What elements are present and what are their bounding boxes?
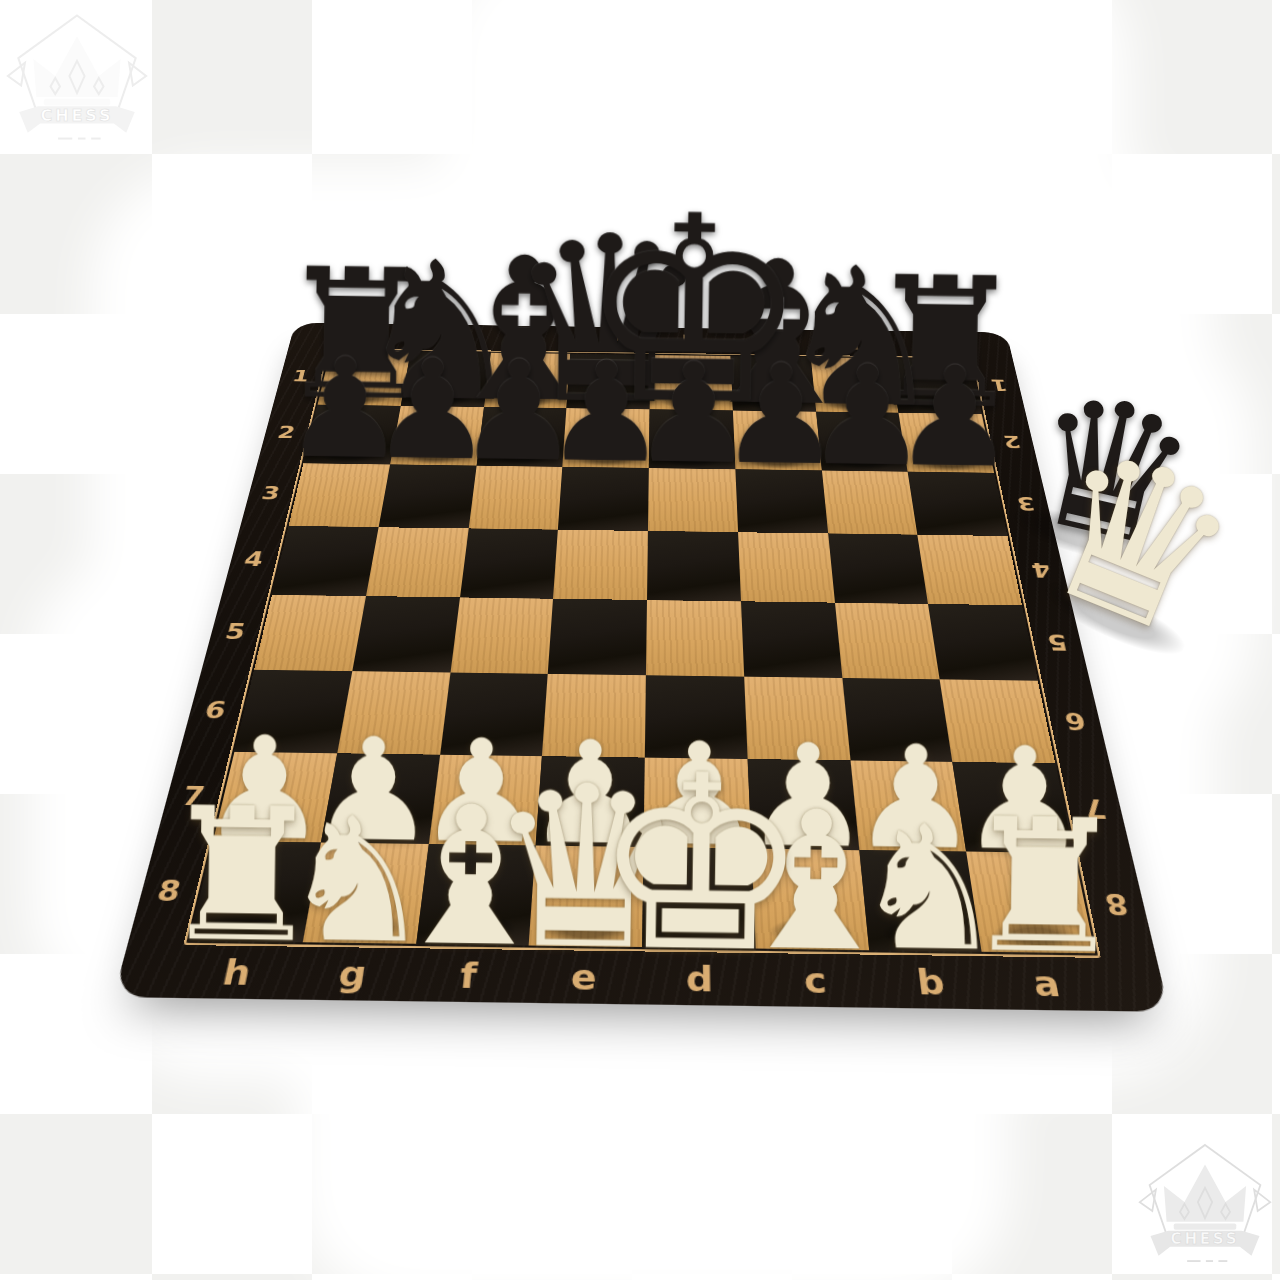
- watermark-text: CHESS: [1171, 1230, 1240, 1248]
- square-e5[interactable]: [548, 599, 647, 675]
- white-king-d8[interactable]: ♚: [591, 741, 810, 985]
- square-d8[interactable]: ♚: [642, 847, 755, 948]
- board-frame-line: ♜♞♝♛♚♝♞♜♟♟♟♟♟♟♟♟♟♟♟♟♟♟♟♟♜♞♝♛♚♝♞♜: [183, 348, 1101, 958]
- file-label-top-a: a: [887, 331, 971, 357]
- board-mat: hgfedcba hgfedcba 12345678 12345678 ♜♞♝♛…: [113, 323, 1169, 1012]
- square-h8[interactable]: ♜: [189, 841, 320, 942]
- square-a4[interactable]: [918, 535, 1022, 605]
- square-e4[interactable]: [553, 530, 648, 600]
- file-label-top-f: f: [490, 325, 572, 351]
- chess-crown-watermark-top-left: CHESS: [6, 4, 148, 150]
- square-g4[interactable]: [366, 527, 468, 597]
- square-b4[interactable]: [828, 534, 929, 604]
- watermark-text: CHESS: [41, 106, 114, 125]
- white-rook-h8[interactable]: ♜: [158, 782, 325, 968]
- square-f5[interactable]: [450, 597, 553, 673]
- square-b5[interactable]: [834, 603, 939, 680]
- board-grid: ♜♞♝♛♚♝♞♜♟♟♟♟♟♟♟♟♟♟♟♟♟♟♟♟♜♞♝♛♚♝♞♜: [189, 350, 1095, 953]
- square-h5[interactable]: [254, 595, 366, 671]
- square-g5[interactable]: [352, 596, 459, 672]
- file-label-top-b: b: [809, 330, 892, 356]
- file-label-top-g: g: [410, 324, 493, 350]
- file-label-top-d: d: [650, 328, 730, 354]
- board-scene: hgfedcba hgfedcba 12345678 12345678 ♜♞♝♛…: [216, 169, 1078, 1031]
- square-h4[interactable]: [272, 526, 378, 596]
- square-d5[interactable]: [646, 600, 744, 676]
- chess-crown-watermark-bottom-right: CHESS: [1138, 1134, 1272, 1272]
- file-label-top-e: e: [570, 327, 651, 353]
- square-c4[interactable]: [738, 532, 835, 602]
- white-rook-a8[interactable]: ♜: [961, 793, 1128, 979]
- file-label-top-c: c: [730, 329, 811, 355]
- square-d4[interactable]: [647, 531, 741, 601]
- square-a8[interactable]: ♜: [966, 852, 1095, 953]
- square-c5[interactable]: [741, 601, 842, 677]
- file-label-top-h: h: [329, 323, 414, 349]
- square-f4[interactable]: [460, 529, 559, 599]
- square-a2[interactable]: ♟: [899, 413, 994, 473]
